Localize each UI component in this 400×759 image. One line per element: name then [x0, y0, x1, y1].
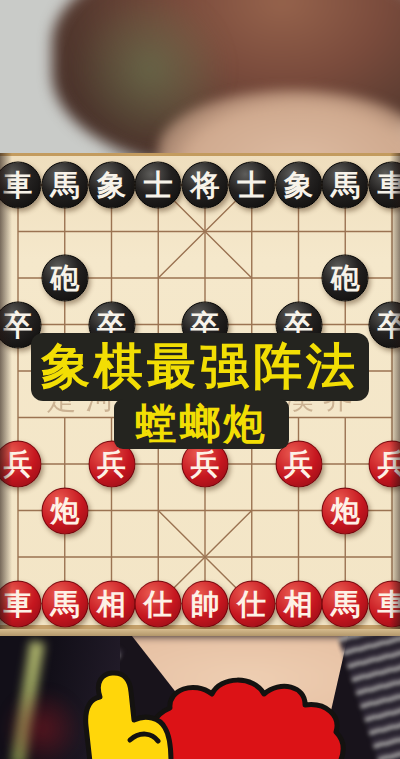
red-advisor: 仕	[228, 580, 275, 627]
cardigan-right-lapel	[338, 629, 400, 759]
red-elephant: 相	[88, 580, 135, 627]
board-right-shadow	[390, 153, 400, 629]
red-general: 帥	[182, 580, 229, 627]
video-caption-title: 象棋最强阵法	[31, 333, 369, 401]
black-cannon: 砲	[41, 255, 88, 302]
black-horse: 馬	[322, 162, 369, 209]
red-horse: 馬	[322, 580, 369, 627]
black-advisor: 士	[135, 162, 182, 209]
video-frame[interactable]: 楚河 漢界 車馬象士将士象馬車砲砲卒卒卒卒卒兵兵兵兵兵炮炮車馬相仕帥仕相馬車 象…	[0, 0, 400, 759]
red-elephant: 相	[275, 580, 322, 627]
red-advisor: 仕	[135, 580, 182, 627]
black-horse: 馬	[41, 162, 88, 209]
presenter-video-top	[0, 0, 400, 153]
board-left-shadow	[0, 153, 12, 629]
black-elephant: 象	[275, 162, 322, 209]
black-elephant: 象	[88, 162, 135, 209]
board-bottom-frame	[0, 629, 400, 636]
red-horse: 馬	[41, 580, 88, 627]
red-cannon: 炮	[41, 487, 88, 534]
presenter-video-bottom	[0, 629, 400, 759]
background-red-patch	[0, 691, 85, 759]
black-general: 将	[182, 162, 229, 209]
black-advisor: 士	[228, 162, 275, 209]
video-caption-subtitle: 螳螂炮	[114, 399, 289, 449]
red-cannon: 炮	[322, 487, 369, 534]
black-cannon: 砲	[322, 255, 369, 302]
